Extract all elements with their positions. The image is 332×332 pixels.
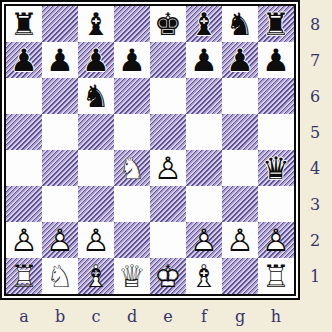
square-f4[interactable] xyxy=(186,150,222,186)
square-g8[interactable]: ♞ xyxy=(222,6,258,42)
square-f5[interactable] xyxy=(186,114,222,150)
square-f1[interactable]: ♝♗ xyxy=(186,258,222,294)
square-h4[interactable]: ♛ xyxy=(258,150,294,186)
rank-label-1: 1 xyxy=(300,258,330,294)
square-g7[interactable]: ♟ xyxy=(222,42,258,78)
file-label-e: e xyxy=(150,298,186,332)
black-pawn-piece: ♟ xyxy=(78,42,114,78)
square-e8[interactable]: ♚ xyxy=(150,6,186,42)
white-pawn-piece-outline: ♙ xyxy=(150,150,186,186)
square-h6[interactable] xyxy=(258,78,294,114)
white-rook-piece-outline: ♖ xyxy=(6,258,42,294)
square-e6[interactable] xyxy=(150,78,186,114)
square-h2[interactable]: ♟♙ xyxy=(258,222,294,258)
rank-label-4: 4 xyxy=(300,150,330,186)
white-knight-piece-outline: ♘ xyxy=(114,150,150,186)
square-e1[interactable]: ♚♔ xyxy=(150,258,186,294)
square-f8[interactable]: ♝ xyxy=(186,6,222,42)
square-f2[interactable]: ♟♙ xyxy=(186,222,222,258)
square-a2[interactable]: ♟♙ xyxy=(6,222,42,258)
file-label-h: h xyxy=(258,298,294,332)
square-b8[interactable] xyxy=(42,6,78,42)
square-b1[interactable]: ♞♘ xyxy=(42,258,78,294)
square-a5[interactable] xyxy=(6,114,42,150)
rank-coordinates: 87654321 xyxy=(300,6,330,294)
square-c3[interactable] xyxy=(78,186,114,222)
square-e7[interactable] xyxy=(150,42,186,78)
white-king-piece-outline: ♔ xyxy=(150,258,186,294)
file-label-d: d xyxy=(114,298,150,332)
black-pawn-piece: ♟ xyxy=(186,42,222,78)
square-a8[interactable]: ♜ xyxy=(6,6,42,42)
white-pawn-piece: ♟ xyxy=(186,222,222,258)
square-a7[interactable]: ♟ xyxy=(6,42,42,78)
square-d5[interactable] xyxy=(114,114,150,150)
white-pawn-piece: ♟ xyxy=(6,222,42,258)
white-pawn-piece-outline: ♙ xyxy=(78,222,114,258)
square-g1[interactable] xyxy=(222,258,258,294)
square-e3[interactable] xyxy=(150,186,186,222)
rank-label-5: 5 xyxy=(300,114,330,150)
black-queen-piece: ♛ xyxy=(258,150,294,186)
file-coordinates: abcdefgh xyxy=(6,298,294,332)
white-pawn-piece-outline: ♙ xyxy=(222,222,258,258)
square-f3[interactable] xyxy=(186,186,222,222)
square-c7[interactable]: ♟ xyxy=(78,42,114,78)
square-b7[interactable]: ♟ xyxy=(42,42,78,78)
black-rook-piece: ♜ xyxy=(258,6,294,42)
square-c6[interactable]: ♞ xyxy=(78,78,114,114)
square-d7[interactable]: ♟ xyxy=(114,42,150,78)
white-king-piece: ♚ xyxy=(150,258,186,294)
white-bishop-piece: ♝ xyxy=(186,258,222,294)
square-c5[interactable] xyxy=(78,114,114,150)
black-pawn-piece: ♟ xyxy=(114,42,150,78)
black-knight-piece: ♞ xyxy=(222,6,258,42)
square-e5[interactable] xyxy=(150,114,186,150)
square-e2[interactable] xyxy=(150,222,186,258)
square-d1[interactable]: ♛♕ xyxy=(114,258,150,294)
file-label-a: a xyxy=(6,298,42,332)
black-knight-piece: ♞ xyxy=(78,78,114,114)
file-label-g: g xyxy=(222,298,258,332)
white-rook-piece-outline: ♖ xyxy=(258,258,294,294)
white-pawn-piece-outline: ♙ xyxy=(186,222,222,258)
square-c1[interactable]: ♝♗ xyxy=(78,258,114,294)
white-knight-piece: ♞ xyxy=(42,258,78,294)
square-a3[interactable] xyxy=(6,186,42,222)
square-f7[interactable]: ♟ xyxy=(186,42,222,78)
board-frame: ♜♝♚♝♞♜♟♟♟♟♟♟♟♞♞♘♟♙♛♟♙♟♙♟♙♟♙♟♙♟♙♜♖♞♘♝♗♛♕♚… xyxy=(0,0,300,300)
black-pawn-piece: ♟ xyxy=(258,42,294,78)
white-pawn-piece: ♟ xyxy=(42,222,78,258)
square-f6[interactable] xyxy=(186,78,222,114)
square-g4[interactable] xyxy=(222,150,258,186)
square-b2[interactable]: ♟♙ xyxy=(42,222,78,258)
square-b5[interactable] xyxy=(42,114,78,150)
square-h1[interactable]: ♜♖ xyxy=(258,258,294,294)
chess-board: ♜♝♚♝♞♜♟♟♟♟♟♟♟♞♞♘♟♙♛♟♙♟♙♟♙♟♙♟♙♟♙♜♖♞♘♝♗♛♕♚… xyxy=(6,6,294,294)
square-a6[interactable] xyxy=(6,78,42,114)
white-pawn-piece: ♟ xyxy=(258,222,294,258)
white-rook-piece: ♜ xyxy=(258,258,294,294)
white-pawn-piece: ♟ xyxy=(222,222,258,258)
black-rook-piece: ♜ xyxy=(6,6,42,42)
square-b4[interactable] xyxy=(42,150,78,186)
square-b6[interactable] xyxy=(42,78,78,114)
square-c4[interactable] xyxy=(78,150,114,186)
white-pawn-piece-outline: ♙ xyxy=(42,222,78,258)
square-h7[interactable]: ♟ xyxy=(258,42,294,78)
square-d4[interactable]: ♞♘ xyxy=(114,150,150,186)
square-h3[interactable] xyxy=(258,186,294,222)
black-bishop-piece: ♝ xyxy=(186,6,222,42)
white-queen-piece: ♛ xyxy=(114,258,150,294)
white-knight-piece: ♞ xyxy=(114,150,150,186)
black-bishop-piece: ♝ xyxy=(78,6,114,42)
white-bishop-piece-outline: ♗ xyxy=(186,258,222,294)
square-a1[interactable]: ♜♖ xyxy=(6,258,42,294)
white-pawn-piece-outline: ♙ xyxy=(6,222,42,258)
white-pawn-piece: ♟ xyxy=(150,150,186,186)
rank-label-7: 7 xyxy=(300,42,330,78)
white-queen-piece-outline: ♕ xyxy=(114,258,150,294)
board-inner-border: ♜♝♚♝♞♜♟♟♟♟♟♟♟♞♞♘♟♙♛♟♙♟♙♟♙♟♙♟♙♟♙♜♖♞♘♝♗♛♕♚… xyxy=(4,4,296,296)
square-d2[interactable] xyxy=(114,222,150,258)
square-d3[interactable] xyxy=(114,186,150,222)
square-g6[interactable] xyxy=(222,78,258,114)
square-d6[interactable] xyxy=(114,78,150,114)
rank-label-2: 2 xyxy=(300,222,330,258)
black-pawn-piece: ♟ xyxy=(42,42,78,78)
square-a4[interactable] xyxy=(6,150,42,186)
chess-diagram: ♜♝♚♝♞♜♟♟♟♟♟♟♟♞♞♘♟♙♛♟♙♟♙♟♙♟♙♟♙♟♙♜♖♞♘♝♗♛♕♚… xyxy=(0,0,332,332)
square-g2[interactable]: ♟♙ xyxy=(222,222,258,258)
file-label-b: b xyxy=(42,298,78,332)
square-c2[interactable]: ♟♙ xyxy=(78,222,114,258)
square-h5[interactable] xyxy=(258,114,294,150)
square-b3[interactable] xyxy=(42,186,78,222)
white-rook-piece: ♜ xyxy=(6,258,42,294)
rank-label-8: 8 xyxy=(300,6,330,42)
rank-label-6: 6 xyxy=(300,78,330,114)
square-g3[interactable] xyxy=(222,186,258,222)
white-pawn-piece-outline: ♙ xyxy=(258,222,294,258)
black-pawn-piece: ♟ xyxy=(222,42,258,78)
square-d8[interactable] xyxy=(114,6,150,42)
square-e4[interactable]: ♟♙ xyxy=(150,150,186,186)
white-pawn-piece: ♟ xyxy=(78,222,114,258)
black-pawn-piece: ♟ xyxy=(6,42,42,78)
file-label-f: f xyxy=(186,298,222,332)
rank-label-3: 3 xyxy=(300,186,330,222)
square-h8[interactable]: ♜ xyxy=(258,6,294,42)
white-knight-piece-outline: ♘ xyxy=(42,258,78,294)
white-bishop-piece-outline: ♗ xyxy=(78,258,114,294)
white-bishop-piece: ♝ xyxy=(78,258,114,294)
square-g5[interactable] xyxy=(222,114,258,150)
file-label-c: c xyxy=(78,298,114,332)
square-c8[interactable]: ♝ xyxy=(78,6,114,42)
black-king-piece: ♚ xyxy=(150,6,186,42)
